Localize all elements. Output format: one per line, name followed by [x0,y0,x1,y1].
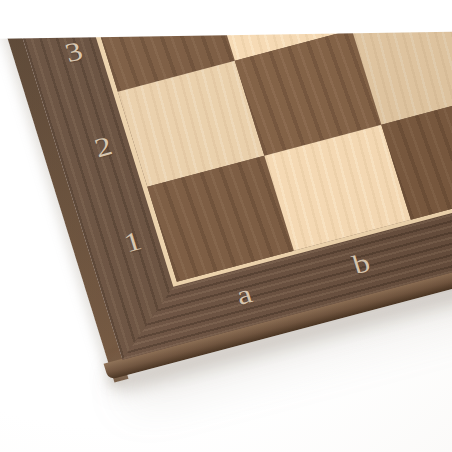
product-photo: 12345678 abcdefgh [0,0,452,452]
chess-board: 12345678 abcdefgh [0,0,452,360]
